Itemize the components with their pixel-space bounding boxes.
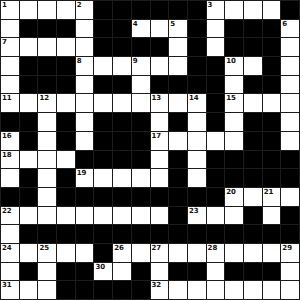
black-cell bbox=[169, 1, 187, 19]
white-cell[interactable] bbox=[263, 244, 281, 262]
black-cell bbox=[169, 188, 187, 206]
clue-number: 22 bbox=[2, 207, 12, 215]
white-cell[interactable] bbox=[151, 113, 169, 131]
white-cell[interactable] bbox=[244, 281, 262, 299]
white-cell[interactable] bbox=[76, 113, 94, 131]
white-cell[interactable] bbox=[132, 244, 150, 262]
black-cell bbox=[94, 188, 112, 206]
black-cell bbox=[244, 151, 262, 169]
white-cell[interactable] bbox=[188, 244, 206, 262]
black-cell bbox=[113, 38, 131, 56]
black-cell bbox=[57, 263, 75, 281]
white-cell[interactable] bbox=[281, 263, 299, 281]
black-cell bbox=[169, 207, 187, 225]
clue-number: 13 bbox=[152, 94, 162, 102]
white-cell[interactable] bbox=[76, 94, 94, 112]
white-cell[interactable] bbox=[132, 169, 150, 187]
white-cell[interactable] bbox=[225, 207, 243, 225]
white-cell[interactable]: 9 bbox=[132, 57, 150, 75]
black-cell bbox=[57, 225, 75, 243]
white-cell[interactable] bbox=[57, 94, 75, 112]
black-cell bbox=[132, 281, 150, 299]
white-cell[interactable] bbox=[169, 38, 187, 56]
white-cell[interactable] bbox=[1, 263, 19, 281]
white-cell[interactable]: 28 bbox=[207, 244, 225, 262]
white-cell[interactable] bbox=[151, 169, 169, 187]
white-cell[interactable]: 27 bbox=[151, 244, 169, 262]
clue-number: 17 bbox=[152, 132, 162, 140]
white-cell[interactable]: 32 bbox=[151, 281, 169, 299]
white-cell[interactable] bbox=[207, 132, 225, 150]
white-cell[interactable] bbox=[20, 281, 38, 299]
black-cell bbox=[132, 38, 150, 56]
white-cell[interactable] bbox=[20, 1, 38, 19]
black-cell bbox=[263, 20, 281, 38]
black-cell bbox=[169, 76, 187, 94]
black-cell bbox=[94, 38, 112, 56]
clue-number: 19 bbox=[77, 169, 87, 177]
white-cell[interactable] bbox=[20, 244, 38, 262]
clue-number: 23 bbox=[189, 207, 199, 215]
clue-number: 31 bbox=[2, 281, 12, 289]
black-cell bbox=[113, 1, 131, 19]
black-cell bbox=[169, 113, 187, 131]
white-cell[interactable] bbox=[1, 57, 19, 75]
black-cell bbox=[244, 76, 262, 94]
black-cell bbox=[132, 225, 150, 243]
white-cell[interactable] bbox=[244, 244, 262, 262]
black-cell bbox=[244, 225, 262, 243]
black-cell bbox=[151, 1, 169, 19]
black-cell bbox=[207, 169, 225, 187]
black-cell bbox=[225, 20, 243, 38]
clue-number: 2 bbox=[77, 1, 82, 9]
white-cell[interactable]: 13 bbox=[151, 94, 169, 112]
black-cell bbox=[20, 225, 38, 243]
black-cell bbox=[94, 1, 112, 19]
white-cell[interactable]: 11 bbox=[1, 94, 19, 112]
black-cell bbox=[113, 76, 131, 94]
white-cell[interactable] bbox=[151, 207, 169, 225]
black-cell bbox=[76, 263, 94, 281]
white-cell[interactable] bbox=[1, 76, 19, 94]
white-cell[interactable]: 14 bbox=[188, 94, 206, 112]
black-cell bbox=[281, 151, 299, 169]
white-cell[interactable] bbox=[94, 94, 112, 112]
white-cell[interactable] bbox=[94, 207, 112, 225]
white-cell[interactable] bbox=[38, 263, 56, 281]
black-cell bbox=[188, 188, 206, 206]
white-cell[interactable] bbox=[169, 94, 187, 112]
black-cell bbox=[57, 113, 75, 131]
white-cell[interactable] bbox=[225, 281, 243, 299]
white-cell[interactable]: 19 bbox=[76, 169, 94, 187]
clue-number: 8 bbox=[77, 57, 82, 65]
white-cell[interactable] bbox=[263, 1, 281, 19]
black-cell bbox=[263, 225, 281, 243]
white-cell[interactable] bbox=[263, 281, 281, 299]
black-cell bbox=[57, 169, 75, 187]
black-cell bbox=[207, 76, 225, 94]
white-cell[interactable] bbox=[20, 151, 38, 169]
black-cell bbox=[263, 151, 281, 169]
white-cell[interactable]: 12 bbox=[38, 94, 56, 112]
black-cell bbox=[20, 169, 38, 187]
white-cell[interactable] bbox=[151, 151, 169, 169]
black-cell bbox=[225, 169, 243, 187]
white-cell[interactable] bbox=[281, 188, 299, 206]
white-cell[interactable] bbox=[207, 20, 225, 38]
white-cell[interactable] bbox=[169, 57, 187, 75]
black-cell bbox=[281, 207, 299, 225]
white-cell[interactable] bbox=[1, 169, 19, 187]
white-cell[interactable] bbox=[1, 225, 19, 243]
white-cell[interactable] bbox=[281, 132, 299, 150]
black-cell bbox=[244, 38, 262, 56]
black-cell bbox=[281, 225, 299, 243]
clue-number: 26 bbox=[114, 244, 124, 252]
black-cell bbox=[113, 113, 131, 131]
black-cell bbox=[263, 38, 281, 56]
black-cell bbox=[132, 151, 150, 169]
white-cell[interactable] bbox=[263, 94, 281, 112]
black-cell bbox=[76, 151, 94, 169]
black-cell bbox=[20, 57, 38, 75]
clue-number: 28 bbox=[208, 244, 218, 252]
white-cell[interactable] bbox=[263, 207, 281, 225]
white-cell[interactable]: 26 bbox=[113, 244, 131, 262]
clue-number: 29 bbox=[282, 244, 292, 252]
clue-number: 20 bbox=[226, 188, 236, 196]
white-cell[interactable] bbox=[57, 244, 75, 262]
white-cell[interactable] bbox=[169, 132, 187, 150]
white-cell[interactable] bbox=[281, 94, 299, 112]
white-cell[interactable] bbox=[113, 169, 131, 187]
black-cell bbox=[57, 76, 75, 94]
white-cell[interactable] bbox=[57, 151, 75, 169]
white-cell[interactable] bbox=[207, 263, 225, 281]
black-cell bbox=[263, 169, 281, 187]
black-cell bbox=[263, 263, 281, 281]
white-cell[interactable]: 2 bbox=[76, 1, 94, 19]
white-cell[interactable]: 16 bbox=[1, 132, 19, 150]
white-cell[interactable] bbox=[76, 132, 94, 150]
white-cell[interactable] bbox=[188, 132, 206, 150]
white-cell[interactable] bbox=[281, 57, 299, 75]
black-cell bbox=[38, 57, 56, 75]
white-cell[interactable] bbox=[132, 207, 150, 225]
black-cell bbox=[263, 113, 281, 131]
white-cell[interactable] bbox=[20, 207, 38, 225]
black-cell bbox=[225, 225, 243, 243]
black-cell bbox=[244, 169, 262, 187]
black-cell bbox=[20, 132, 38, 150]
black-cell bbox=[94, 132, 112, 150]
black-cell bbox=[225, 263, 243, 281]
white-cell[interactable] bbox=[38, 207, 56, 225]
white-cell[interactable] bbox=[94, 169, 112, 187]
white-cell[interactable] bbox=[188, 113, 206, 131]
white-cell[interactable] bbox=[113, 263, 131, 281]
black-cell bbox=[169, 151, 187, 169]
clue-number: 32 bbox=[152, 281, 162, 289]
white-cell[interactable] bbox=[38, 151, 56, 169]
black-cell bbox=[188, 38, 206, 56]
black-cell bbox=[151, 76, 169, 94]
clue-number: 3 bbox=[208, 1, 213, 9]
black-cell bbox=[113, 20, 131, 38]
black-cell bbox=[263, 57, 281, 75]
white-cell[interactable]: 31 bbox=[1, 281, 19, 299]
black-cell bbox=[113, 281, 131, 299]
black-cell bbox=[151, 38, 169, 56]
black-cell bbox=[76, 225, 94, 243]
clue-number: 25 bbox=[39, 244, 49, 252]
black-cell bbox=[57, 132, 75, 150]
clue-number: 12 bbox=[39, 94, 49, 102]
white-cell[interactable] bbox=[132, 94, 150, 112]
black-cell bbox=[188, 1, 206, 19]
white-cell[interactable]: 6 bbox=[281, 20, 299, 38]
black-cell bbox=[151, 188, 169, 206]
white-cell[interactable] bbox=[94, 57, 112, 75]
clue-number: 18 bbox=[2, 151, 12, 159]
black-cell bbox=[169, 169, 187, 187]
white-cell[interactable]: 24 bbox=[1, 244, 19, 262]
black-cell bbox=[188, 263, 206, 281]
white-cell[interactable] bbox=[188, 151, 206, 169]
clue-number: 11 bbox=[2, 94, 12, 102]
black-cell bbox=[57, 188, 75, 206]
white-cell[interactable] bbox=[38, 113, 56, 131]
clue-number: 9 bbox=[133, 57, 138, 65]
black-cell bbox=[1, 188, 19, 206]
white-cell[interactable] bbox=[151, 57, 169, 75]
white-cell[interactable] bbox=[76, 244, 94, 262]
black-cell bbox=[225, 151, 243, 169]
white-cell[interactable] bbox=[151, 20, 169, 38]
black-cell bbox=[188, 76, 206, 94]
black-cell bbox=[281, 1, 299, 19]
white-cell[interactable] bbox=[57, 1, 75, 19]
black-cell bbox=[207, 94, 225, 112]
white-cell[interactable]: 1 bbox=[1, 1, 19, 19]
black-cell bbox=[20, 20, 38, 38]
white-cell[interactable] bbox=[281, 76, 299, 94]
black-cell bbox=[94, 281, 112, 299]
black-cell bbox=[207, 57, 225, 75]
clue-number: 14 bbox=[189, 94, 199, 102]
clue-number: 16 bbox=[2, 132, 12, 140]
white-cell[interactable] bbox=[225, 132, 243, 150]
white-cell[interactable]: 30 bbox=[94, 263, 112, 281]
white-cell[interactable] bbox=[188, 281, 206, 299]
clue-number: 5 bbox=[170, 20, 175, 28]
white-cell[interactable]: 29 bbox=[281, 244, 299, 262]
black-cell bbox=[76, 188, 94, 206]
black-cell bbox=[20, 263, 38, 281]
white-cell[interactable] bbox=[38, 132, 56, 150]
black-cell bbox=[207, 151, 225, 169]
white-cell[interactable]: 21 bbox=[263, 188, 281, 206]
white-cell[interactable]: 20 bbox=[225, 188, 243, 206]
black-cell bbox=[94, 151, 112, 169]
white-cell[interactable] bbox=[132, 76, 150, 94]
clue-number: 21 bbox=[264, 188, 274, 196]
white-cell[interactable]: 5 bbox=[169, 20, 187, 38]
black-cell bbox=[169, 263, 187, 281]
black-cell bbox=[244, 113, 262, 131]
white-cell[interactable] bbox=[151, 263, 169, 281]
black-cell bbox=[207, 113, 225, 131]
clue-number: 7 bbox=[2, 38, 7, 46]
black-cell bbox=[207, 188, 225, 206]
black-cell bbox=[113, 188, 131, 206]
white-cell[interactable] bbox=[76, 207, 94, 225]
white-cell[interactable] bbox=[38, 38, 56, 56]
black-cell bbox=[132, 188, 150, 206]
white-cell[interactable]: 8 bbox=[76, 57, 94, 75]
black-cell bbox=[94, 244, 112, 262]
white-cell[interactable]: 10 bbox=[225, 57, 243, 75]
white-cell[interactable] bbox=[38, 1, 56, 19]
black-cell bbox=[188, 57, 206, 75]
white-cell[interactable]: 18 bbox=[1, 151, 19, 169]
clue-number: 1 bbox=[2, 1, 7, 9]
white-cell[interactable] bbox=[38, 188, 56, 206]
white-cell[interactable] bbox=[225, 1, 243, 19]
white-cell[interactable] bbox=[207, 207, 225, 225]
black-cell bbox=[94, 113, 112, 131]
white-cell[interactable] bbox=[225, 244, 243, 262]
white-cell[interactable] bbox=[281, 113, 299, 131]
black-cell bbox=[151, 225, 169, 243]
black-cell bbox=[38, 20, 56, 38]
black-cell bbox=[244, 207, 262, 225]
clue-number: 27 bbox=[152, 244, 162, 252]
black-cell bbox=[113, 132, 131, 150]
black-cell bbox=[263, 76, 281, 94]
white-cell[interactable] bbox=[244, 188, 262, 206]
white-cell[interactable] bbox=[244, 1, 262, 19]
white-cell[interactable]: 15 bbox=[225, 94, 243, 112]
white-cell[interactable]: 23 bbox=[188, 207, 206, 225]
black-cell bbox=[57, 57, 75, 75]
black-cell bbox=[188, 20, 206, 38]
white-cell[interactable]: 3 bbox=[207, 1, 225, 19]
black-cell bbox=[94, 20, 112, 38]
white-cell[interactable] bbox=[76, 20, 94, 38]
white-cell[interactable] bbox=[244, 57, 262, 75]
black-cell bbox=[132, 113, 150, 131]
white-cell[interactable]: 7 bbox=[1, 38, 19, 56]
white-cell[interactable] bbox=[20, 38, 38, 56]
black-cell bbox=[38, 225, 56, 243]
black-cell bbox=[1, 113, 19, 131]
black-cell bbox=[281, 169, 299, 187]
white-cell[interactable]: 17 bbox=[151, 132, 169, 150]
black-cell bbox=[132, 1, 150, 19]
white-cell[interactable] bbox=[244, 94, 262, 112]
black-cell bbox=[207, 225, 225, 243]
white-cell[interactable]: 4 bbox=[132, 20, 150, 38]
black-cell bbox=[132, 132, 150, 150]
clue-number: 10 bbox=[226, 57, 236, 65]
clue-number: 30 bbox=[95, 263, 105, 271]
black-cell bbox=[20, 188, 38, 206]
black-cell bbox=[132, 263, 150, 281]
white-cell[interactable] bbox=[38, 169, 56, 187]
black-cell bbox=[57, 281, 75, 299]
black-cell bbox=[188, 225, 206, 243]
white-cell[interactable] bbox=[281, 38, 299, 56]
black-cell bbox=[94, 76, 112, 94]
white-cell[interactable] bbox=[207, 281, 225, 299]
black-cell bbox=[244, 132, 262, 150]
white-cell[interactable] bbox=[76, 38, 94, 56]
white-cell[interactable] bbox=[169, 244, 187, 262]
black-cell bbox=[57, 20, 75, 38]
black-cell bbox=[76, 281, 94, 299]
black-cell bbox=[94, 225, 112, 243]
clue-number: 24 bbox=[2, 244, 12, 252]
clue-number: 6 bbox=[282, 20, 287, 28]
white-cell[interactable] bbox=[57, 207, 75, 225]
white-cell[interactable] bbox=[225, 76, 243, 94]
white-cell[interactable] bbox=[113, 94, 131, 112]
black-cell bbox=[225, 38, 243, 56]
clue-number: 15 bbox=[226, 94, 236, 102]
white-cell[interactable]: 22 bbox=[1, 207, 19, 225]
crossword-board: 1234567891011121314151617181920212223242… bbox=[0, 0, 300, 300]
white-cell[interactable] bbox=[20, 94, 38, 112]
black-cell bbox=[38, 76, 56, 94]
clue-number: 4 bbox=[133, 20, 138, 28]
white-cell[interactable] bbox=[225, 113, 243, 131]
white-cell[interactable] bbox=[1, 20, 19, 38]
black-cell bbox=[113, 225, 131, 243]
white-cell[interactable] bbox=[207, 38, 225, 56]
black-cell bbox=[244, 20, 262, 38]
white-cell[interactable] bbox=[281, 281, 299, 299]
black-cell bbox=[244, 263, 262, 281]
white-cell[interactable] bbox=[113, 207, 131, 225]
white-cell[interactable] bbox=[113, 57, 131, 75]
black-cell bbox=[113, 151, 131, 169]
black-cell bbox=[169, 225, 187, 243]
white-cell[interactable]: 25 bbox=[38, 244, 56, 262]
black-cell bbox=[20, 76, 38, 94]
white-cell[interactable] bbox=[38, 281, 56, 299]
white-cell[interactable] bbox=[57, 38, 75, 56]
white-cell[interactable] bbox=[188, 169, 206, 187]
black-cell bbox=[263, 132, 281, 150]
black-cell bbox=[20, 113, 38, 131]
white-cell[interactable] bbox=[76, 76, 94, 94]
white-cell[interactable] bbox=[169, 281, 187, 299]
